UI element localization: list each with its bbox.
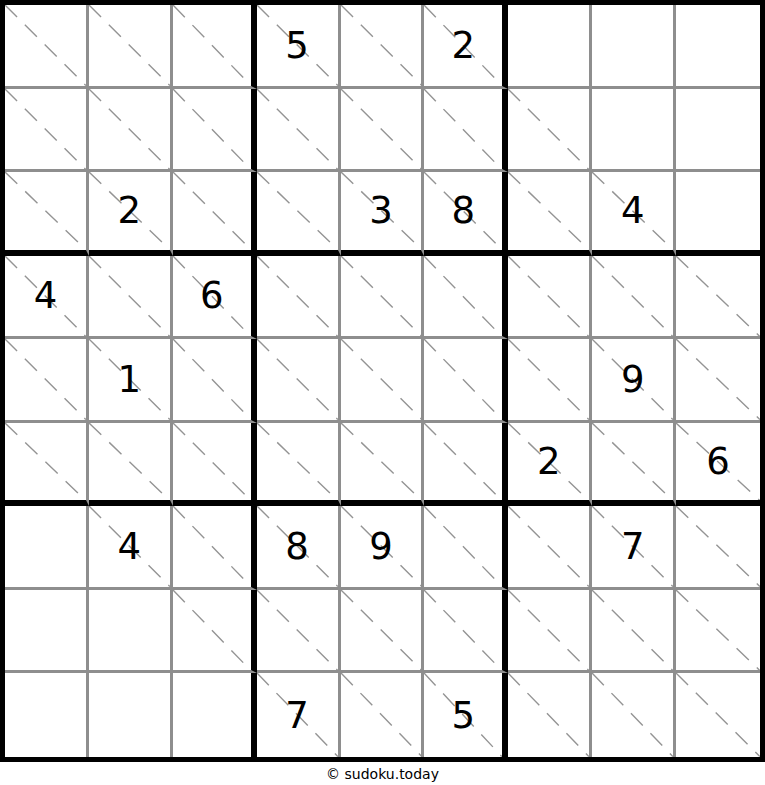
given-digit: 2 — [537, 443, 561, 480]
diagonal-dash-line — [5, 5, 86, 86]
diagonal-dash-line — [89, 5, 170, 86]
cell-r4c4[interactable] — [257, 256, 341, 340]
diagonal-dash-line — [341, 5, 422, 86]
cell-r4c8[interactable] — [592, 256, 676, 340]
cell-r7c1[interactable] — [5, 506, 89, 590]
cell-r1c7[interactable] — [508, 5, 592, 89]
cell-r9c8[interactable] — [592, 673, 676, 757]
cell-r1c8[interactable] — [592, 5, 676, 89]
diagonal-dash-line — [508, 172, 589, 250]
cell-r9c2[interactable] — [89, 673, 173, 757]
cell-r9c6[interactable]: 5 — [424, 673, 508, 757]
cell-r8c1[interactable] — [5, 590, 89, 674]
cell-r9c9[interactable] — [676, 673, 760, 757]
cell-r1c4[interactable]: 5 — [257, 5, 341, 89]
cell-r1c5[interactable] — [341, 5, 425, 89]
cell-r9c1[interactable] — [5, 673, 89, 757]
diagonal-dash-line — [676, 256, 760, 337]
cell-r1c1[interactable] — [5, 5, 89, 89]
cell-r2c4[interactable] — [257, 89, 341, 173]
cell-r4c5[interactable] — [341, 256, 425, 340]
diagonal-dash-line — [257, 423, 338, 501]
cell-r5c9[interactable] — [676, 339, 760, 423]
given-digit: 9 — [621, 361, 645, 398]
diagonal-dash-line — [508, 673, 589, 757]
given-digit: 8 — [452, 192, 476, 229]
cell-r6c2[interactable] — [89, 423, 173, 507]
cell-r3c9[interactable] — [676, 172, 760, 256]
cell-r3c5[interactable]: 3 — [341, 172, 425, 256]
given-digit: 2 — [118, 192, 142, 229]
cell-r6c4[interactable] — [257, 423, 341, 507]
cell-r7c4[interactable]: 8 — [257, 506, 341, 590]
cell-r5c4[interactable] — [257, 339, 341, 423]
cell-r8c5[interactable] — [341, 590, 425, 674]
cell-r6c8[interactable] — [592, 423, 676, 507]
cell-r4c6[interactable] — [424, 256, 508, 340]
cell-r8c2[interactable] — [89, 590, 173, 674]
cell-r7c2[interactable]: 4 — [89, 506, 173, 590]
diagonal-dash-line — [257, 339, 338, 420]
given-digit: 1 — [118, 361, 142, 398]
diagonal-dash-line — [424, 590, 502, 671]
cell-r2c6[interactable] — [424, 89, 508, 173]
diagonal-dash-line — [5, 423, 86, 501]
cell-r1c2[interactable] — [89, 5, 173, 89]
diagonal-dash-line — [257, 256, 338, 337]
diagonal-dash-line — [424, 506, 502, 587]
diagonal-dash-line — [676, 590, 760, 671]
cell-r2c8[interactable] — [592, 89, 676, 173]
sudoku-board: 522384461926489775 — [0, 0, 765, 762]
diagonal-dash-line — [173, 590, 251, 671]
diagonal-dash-line — [89, 256, 170, 337]
cell-r6c9[interactable]: 6 — [676, 423, 760, 507]
diagonal-dash-line — [508, 506, 589, 587]
diagonal-dash-line — [341, 423, 422, 501]
cell-r9c5[interactable] — [341, 673, 425, 757]
given-digit: 6 — [706, 443, 730, 480]
copyright-text: © sudoku.today — [326, 766, 439, 782]
cell-r6c3[interactable] — [173, 423, 257, 507]
diagonal-dash-line — [257, 590, 338, 671]
given-digit: 7 — [285, 697, 309, 734]
diagonal-dash-line — [5, 339, 86, 420]
cell-r6c1[interactable] — [5, 423, 89, 507]
given-digit: 5 — [452, 697, 476, 734]
cell-r1c3[interactable] — [173, 5, 257, 89]
given-digit: 6 — [200, 277, 224, 314]
given-digit: 3 — [369, 192, 393, 229]
diagonal-dash-line — [508, 590, 589, 671]
cell-r7c9[interactable] — [676, 506, 760, 590]
cell-r8c7[interactable] — [508, 590, 592, 674]
diagonal-dash-line — [341, 673, 422, 757]
given-digit: 8 — [285, 528, 309, 565]
diagonal-dash-line — [173, 339, 251, 420]
cell-r2c5[interactable] — [341, 89, 425, 173]
diagonal-dash-line — [592, 256, 673, 337]
cell-r3c7[interactable] — [508, 172, 592, 256]
cell-r5c7[interactable] — [508, 339, 592, 423]
diagonal-dash-line — [173, 172, 251, 250]
cell-r3c4[interactable] — [257, 172, 341, 256]
cell-r4c9[interactable] — [676, 256, 760, 340]
given-digit: 4 — [34, 277, 58, 314]
cell-r2c3[interactable] — [173, 89, 257, 173]
diagonal-dash-line — [173, 89, 251, 170]
diagonal-dash-line — [676, 673, 760, 757]
diagonal-dash-line — [424, 256, 502, 337]
cell-r9c4[interactable]: 7 — [257, 673, 341, 757]
given-digit: 9 — [369, 528, 393, 565]
cell-r9c3[interactable] — [173, 673, 257, 757]
cell-r4c7[interactable] — [508, 256, 592, 340]
given-digit: 2 — [452, 27, 476, 64]
footer: © sudoku.today — [0, 762, 765, 785]
cell-r2c2[interactable] — [89, 89, 173, 173]
diagonal-dash-line — [89, 423, 170, 501]
cell-r7c3[interactable] — [173, 506, 257, 590]
cell-r2c7[interactable] — [508, 89, 592, 173]
diagonal-dash-line — [424, 339, 502, 420]
diagonal-dash-line — [592, 673, 673, 757]
given-digit: 4 — [621, 192, 645, 229]
diagonal-dash-line — [257, 172, 338, 250]
cell-r4c2[interactable] — [89, 256, 173, 340]
cell-r7c7[interactable] — [508, 506, 592, 590]
diagonal-dash-line — [424, 423, 502, 501]
cell-r7c8[interactable]: 7 — [592, 506, 676, 590]
diagonal-dash-line — [5, 89, 86, 170]
given-digit: 5 — [285, 27, 309, 64]
diagonal-dash-line — [341, 590, 422, 671]
cell-r3c1[interactable] — [5, 172, 89, 256]
cell-r8c9[interactable] — [676, 590, 760, 674]
diagonal-dash-line — [173, 423, 251, 501]
diagonal-dash-line — [257, 89, 338, 170]
cell-r7c5[interactable]: 9 — [341, 506, 425, 590]
cell-r6c6[interactable] — [424, 423, 508, 507]
cell-r2c1[interactable] — [5, 89, 89, 173]
cell-r6c5[interactable] — [341, 423, 425, 507]
diagonal-dash-line — [592, 590, 673, 671]
diagonal-dash-line — [173, 506, 251, 587]
diagonal-dash-line — [676, 339, 760, 420]
cell-r8c3[interactable] — [173, 590, 257, 674]
diagonal-dash-line — [508, 256, 589, 337]
cell-r1c9[interactable] — [676, 5, 760, 89]
cell-r5c1[interactable] — [5, 339, 89, 423]
cell-r8c6[interactable] — [424, 590, 508, 674]
cell-r8c4[interactable] — [257, 590, 341, 674]
cell-r1c6[interactable]: 2 — [424, 5, 508, 89]
diagonal-dash-line — [89, 89, 170, 170]
given-digit: 4 — [118, 528, 142, 565]
cell-r7c6[interactable] — [424, 506, 508, 590]
diagonal-dash-line — [424, 89, 502, 170]
diagonal-dash-line — [341, 339, 422, 420]
diagonal-dash-line — [341, 89, 422, 170]
cell-r6c7[interactable]: 2 — [508, 423, 592, 507]
diagonal-dash-line — [5, 172, 86, 250]
cell-r5c2[interactable]: 1 — [89, 339, 173, 423]
given-digit: 7 — [621, 528, 645, 565]
page: 522384461926489775 © sudoku.today — [0, 0, 765, 785]
cell-r4c1[interactable]: 4 — [5, 256, 89, 340]
cell-r5c8[interactable]: 9 — [592, 339, 676, 423]
cell-r5c3[interactable] — [173, 339, 257, 423]
diagonal-dash-line — [173, 5, 251, 86]
cell-r3c3[interactable] — [173, 172, 257, 256]
cell-r3c6[interactable]: 8 — [424, 172, 508, 256]
diagonal-dash-line — [508, 339, 589, 420]
cell-r4c3[interactable]: 6 — [173, 256, 257, 340]
diagonal-dash-line — [508, 89, 589, 170]
cell-r8c8[interactable] — [592, 590, 676, 674]
cell-r2c9[interactable] — [676, 89, 760, 173]
cell-r5c6[interactable] — [424, 339, 508, 423]
cell-r5c5[interactable] — [341, 339, 425, 423]
diagonal-dash-line — [592, 423, 673, 501]
diagonal-dash-line — [676, 506, 760, 587]
cell-r3c2[interactable]: 2 — [89, 172, 173, 256]
cell-r3c8[interactable]: 4 — [592, 172, 676, 256]
diagonal-dash-line — [341, 256, 422, 337]
cell-r9c7[interactable] — [508, 673, 592, 757]
